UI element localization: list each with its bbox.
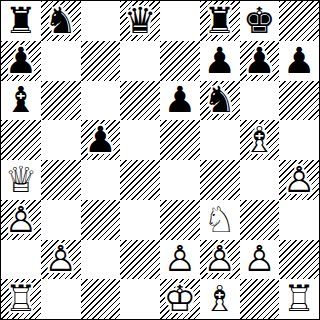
- square-b7[interactable]: [41, 41, 81, 81]
- piece-white-queen: ♛♕: [1, 160, 41, 200]
- square-d7[interactable]: [120, 41, 160, 81]
- square-g2[interactable]: ♟♙: [240, 240, 280, 280]
- piece-black-rook: ♜♜: [1, 1, 41, 41]
- square-e2[interactable]: ♟♙: [160, 240, 200, 280]
- square-a2[interactable]: [1, 240, 41, 280]
- square-f1[interactable]: ♝♗: [200, 279, 240, 319]
- piece-white-pawn: ♟♙: [160, 240, 200, 280]
- piece-black-king: ♚♚: [240, 1, 280, 41]
- chess-board: ♜♜♞♞♛♛♜♜♚♚♟♟♟♟♟♟♟♟♝♝♟♟♞♞♟♟♝♗♛♕♟♙♟♙♞♘♟♙♟♙…: [0, 0, 320, 320]
- piece-ink-glyph: ♔: [160, 279, 200, 319]
- square-c1[interactable]: [81, 279, 121, 319]
- square-c7[interactable]: [81, 41, 121, 81]
- square-b1[interactable]: [41, 279, 81, 319]
- piece-ink-glyph: ♗: [240, 120, 280, 160]
- square-d2[interactable]: [120, 240, 160, 280]
- square-f5[interactable]: [200, 120, 240, 160]
- piece-black-queen: ♛♛: [120, 1, 160, 41]
- square-e1[interactable]: ♚♔: [160, 279, 200, 319]
- square-e6[interactable]: ♟♟: [160, 81, 200, 121]
- piece-white-king: ♚♔: [160, 279, 200, 319]
- square-d6[interactable]: [120, 81, 160, 121]
- piece-ink-glyph: ♚: [240, 1, 280, 41]
- piece-ink-glyph: ♘: [200, 200, 240, 240]
- square-b4[interactable]: [41, 160, 81, 200]
- square-b6[interactable]: [41, 81, 81, 121]
- piece-ink-glyph: ♞: [200, 81, 240, 121]
- piece-ink-glyph: ♝: [1, 81, 41, 121]
- piece-ink-glyph: ♙: [200, 240, 240, 280]
- piece-white-pawn: ♟♙: [240, 240, 280, 280]
- piece-black-pawn: ♟♟: [200, 41, 240, 81]
- square-a6[interactable]: ♝♝: [1, 81, 41, 121]
- square-g8[interactable]: ♚♚: [240, 1, 280, 41]
- piece-white-rook: ♜♖: [1, 279, 41, 319]
- square-g7[interactable]: ♟♟: [240, 41, 280, 81]
- piece-white-pawn: ♟♙: [1, 200, 41, 240]
- piece-black-pawn: ♟♟: [240, 41, 280, 81]
- square-c6[interactable]: [81, 81, 121, 121]
- piece-ink-glyph: ♜: [1, 1, 41, 41]
- piece-ink-glyph: ♗: [200, 279, 240, 319]
- piece-ink-glyph: ♟: [81, 120, 121, 160]
- piece-white-pawn: ♟♙: [279, 160, 319, 200]
- piece-black-knight: ♞♞: [41, 1, 81, 41]
- square-d1[interactable]: [120, 279, 160, 319]
- square-c8[interactable]: [81, 1, 121, 41]
- square-g1[interactable]: [240, 279, 280, 319]
- square-h7[interactable]: ♟♟: [279, 41, 319, 81]
- square-h3[interactable]: [279, 200, 319, 240]
- piece-black-bishop: ♝♝: [1, 81, 41, 121]
- square-h1[interactable]: ♜♖: [279, 279, 319, 319]
- piece-white-bishop: ♝♗: [240, 120, 280, 160]
- piece-ink-glyph: ♙: [160, 240, 200, 280]
- square-g4[interactable]: [240, 160, 280, 200]
- square-f8[interactable]: ♜♜: [200, 1, 240, 41]
- piece-white-bishop: ♝♗: [200, 279, 240, 319]
- piece-ink-glyph: ♙: [1, 200, 41, 240]
- square-h6[interactable]: [279, 81, 319, 121]
- square-d5[interactable]: [120, 120, 160, 160]
- piece-black-pawn: ♟♟: [279, 41, 319, 81]
- square-g3[interactable]: [240, 200, 280, 240]
- square-e7[interactable]: [160, 41, 200, 81]
- square-g6[interactable]: [240, 81, 280, 121]
- square-a8[interactable]: ♜♜: [1, 1, 41, 41]
- piece-ink-glyph: ♟: [160, 81, 200, 121]
- square-h4[interactable]: ♟♙: [279, 160, 319, 200]
- square-f7[interactable]: ♟♟: [200, 41, 240, 81]
- piece-ink-glyph: ♙: [41, 240, 81, 280]
- square-b8[interactable]: ♞♞: [41, 1, 81, 41]
- square-a1[interactable]: ♜♖: [1, 279, 41, 319]
- square-e3[interactable]: [160, 200, 200, 240]
- square-e8[interactable]: [160, 1, 200, 41]
- square-a3[interactable]: ♟♙: [1, 200, 41, 240]
- square-a5[interactable]: [1, 120, 41, 160]
- piece-white-rook: ♜♖: [279, 279, 319, 319]
- square-f4[interactable]: [200, 160, 240, 200]
- piece-ink-glyph: ♟: [1, 41, 41, 81]
- square-d8[interactable]: ♛♛: [120, 1, 160, 41]
- piece-ink-glyph: ♕: [1, 160, 41, 200]
- square-h2[interactable]: [279, 240, 319, 280]
- piece-white-pawn: ♟♙: [200, 240, 240, 280]
- square-b2[interactable]: ♟♙: [41, 240, 81, 280]
- piece-ink-glyph: ♙: [240, 240, 280, 280]
- square-f6[interactable]: ♞♞: [200, 81, 240, 121]
- square-e5[interactable]: [160, 120, 200, 160]
- piece-ink-glyph: ♟: [200, 41, 240, 81]
- square-c5[interactable]: ♟♟: [81, 120, 121, 160]
- square-h8[interactable]: [279, 1, 319, 41]
- piece-black-knight: ♞♞: [200, 81, 240, 121]
- square-a4[interactable]: ♛♕: [1, 160, 41, 200]
- square-c4[interactable]: [81, 160, 121, 200]
- square-c2[interactable]: [81, 240, 121, 280]
- square-f3[interactable]: ♞♘: [200, 200, 240, 240]
- piece-black-pawn: ♟♟: [1, 41, 41, 81]
- piece-ink-glyph: ♜: [200, 1, 240, 41]
- square-c3[interactable]: [81, 200, 121, 240]
- piece-ink-glyph: ♟: [279, 41, 319, 81]
- piece-ink-glyph: ♙: [279, 160, 319, 200]
- square-d3[interactable]: [120, 200, 160, 240]
- piece-black-pawn: ♟♟: [81, 120, 121, 160]
- square-g5[interactable]: ♝♗: [240, 120, 280, 160]
- square-d4[interactable]: [120, 160, 160, 200]
- square-f2[interactable]: ♟♙: [200, 240, 240, 280]
- piece-ink-glyph: ♟: [240, 41, 280, 81]
- piece-ink-glyph: ♛: [120, 1, 160, 41]
- square-e4[interactable]: [160, 160, 200, 200]
- square-b3[interactable]: [41, 200, 81, 240]
- piece-white-knight: ♞♘: [200, 200, 240, 240]
- piece-black-pawn: ♟♟: [160, 81, 200, 121]
- square-h5[interactable]: [279, 120, 319, 160]
- piece-ink-glyph: ♖: [1, 279, 41, 319]
- square-b5[interactable]: [41, 120, 81, 160]
- square-a7[interactable]: ♟♟: [1, 41, 41, 81]
- piece-ink-glyph: ♖: [279, 279, 319, 319]
- piece-white-pawn: ♟♙: [41, 240, 81, 280]
- piece-ink-glyph: ♞: [41, 1, 81, 41]
- piece-black-rook: ♜♜: [200, 1, 240, 41]
